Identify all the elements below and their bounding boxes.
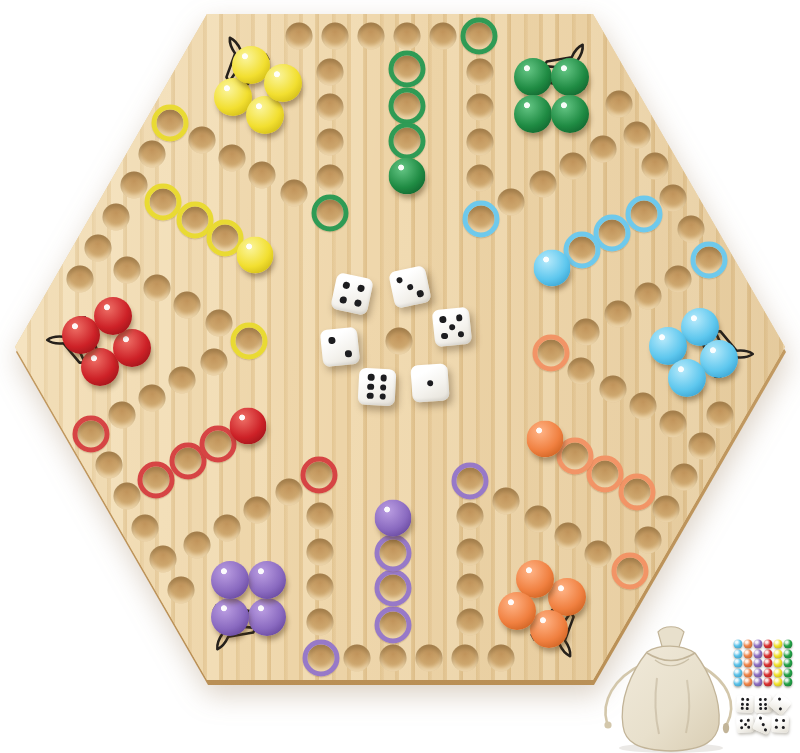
red-track-hole[interactable] xyxy=(214,514,241,541)
purple-marble[interactable] xyxy=(248,598,286,636)
spare-marble-yellow xyxy=(774,649,783,658)
purple-track-hole[interactable] xyxy=(488,645,515,672)
orange-marble[interactable] xyxy=(498,592,536,630)
purple-marble[interactable] xyxy=(211,598,249,636)
orange-track-hole[interactable] xyxy=(585,540,612,567)
pip xyxy=(367,383,374,390)
purple-track-hole[interactable] xyxy=(307,574,334,601)
green-marble[interactable] xyxy=(514,95,552,133)
purple-track-hole[interactable] xyxy=(416,645,443,672)
pip xyxy=(758,716,762,720)
orange-track-hole[interactable] xyxy=(629,393,656,420)
spare-die-5 xyxy=(736,715,754,733)
pip xyxy=(782,725,785,728)
spare-marble-orange xyxy=(744,659,753,668)
pip xyxy=(456,314,463,321)
airplane-icon xyxy=(16,340,72,396)
red-marble[interactable] xyxy=(113,329,151,367)
pip xyxy=(746,698,749,701)
blue-track-hole[interactable] xyxy=(590,135,617,162)
spare-marble-yellow xyxy=(774,668,783,677)
yellow-marble[interactable] xyxy=(246,96,284,134)
yellow-track-hole[interactable] xyxy=(144,274,171,301)
blue-home-ring[interactable] xyxy=(626,196,663,233)
purple-track-hole[interactable] xyxy=(457,539,484,566)
pip xyxy=(758,703,761,706)
purple-track-hole[interactable] xyxy=(307,609,334,636)
red-track-hole[interactable] xyxy=(168,576,195,603)
purple-track-hole[interactable] xyxy=(307,503,334,530)
spare-marble-purple xyxy=(754,649,763,658)
green-marble[interactable] xyxy=(389,158,426,195)
green-track-hole[interactable] xyxy=(317,59,344,86)
pip xyxy=(747,725,750,728)
purple-track-hole[interactable] xyxy=(452,645,479,672)
green-track-hole[interactable] xyxy=(430,23,457,50)
blue-shortcut-ring[interactable] xyxy=(463,201,500,238)
red-shortcut-ring[interactable] xyxy=(300,456,337,493)
pip xyxy=(396,276,404,284)
yellow-shortcut-ring[interactable] xyxy=(230,322,267,359)
orange-marble[interactable] xyxy=(526,420,563,457)
pip xyxy=(775,718,778,721)
spare-marble-green xyxy=(784,640,793,649)
spare-marble-green xyxy=(784,649,793,658)
spare-marble-purple xyxy=(754,640,763,649)
spare-die-6 xyxy=(736,695,754,713)
board-area xyxy=(0,0,800,700)
spare-marble-green xyxy=(784,678,793,687)
yellow-comeout-ring[interactable] xyxy=(152,105,189,142)
blue-track-hole[interactable] xyxy=(605,91,632,118)
blue-marble[interactable] xyxy=(700,340,738,378)
red-comeout-ring[interactable] xyxy=(73,416,110,453)
yellow-track-hole[interactable] xyxy=(219,144,246,171)
green-marble[interactable] xyxy=(514,58,552,96)
blue-track-hole[interactable] xyxy=(604,300,631,327)
die-3[interactable] xyxy=(388,265,432,309)
pip xyxy=(441,332,448,339)
spare-marble-blue xyxy=(734,668,743,677)
pip xyxy=(740,726,743,729)
spare-marble-orange xyxy=(744,678,753,687)
pip xyxy=(782,719,785,722)
green-comeout-ring[interactable] xyxy=(461,18,498,55)
spare-marble-orange xyxy=(744,668,753,677)
drawstring-bag xyxy=(597,626,745,753)
airplane-icon xyxy=(532,0,588,56)
pip xyxy=(448,323,455,330)
pip xyxy=(758,698,761,701)
pip xyxy=(764,698,767,701)
green-track-hole[interactable] xyxy=(322,23,349,50)
orange-track-hole[interactable] xyxy=(568,357,595,384)
aggravation-hex-board xyxy=(0,0,800,700)
orange-track-hole[interactable] xyxy=(524,505,551,532)
airplane-icon xyxy=(176,21,232,77)
yellow-track-hole[interactable] xyxy=(139,141,166,168)
pip xyxy=(342,281,350,289)
purple-track-hole[interactable] xyxy=(457,503,484,530)
blue-track-hole[interactable] xyxy=(623,122,650,149)
purple-shortcut-ring[interactable] xyxy=(452,463,489,500)
spare-marble-purple xyxy=(754,678,763,687)
green-track-hole[interactable] xyxy=(467,94,494,121)
spare-marble-red xyxy=(764,668,773,677)
purple-home-ring[interactable] xyxy=(375,535,412,572)
red-track-hole[interactable] xyxy=(114,483,141,510)
pip xyxy=(380,375,387,382)
orange-marble[interactable] xyxy=(530,610,568,648)
pip xyxy=(344,350,351,357)
orange-track-hole[interactable] xyxy=(634,526,661,553)
orange-shortcut-ring[interactable] xyxy=(533,335,570,372)
yellow-track-hole[interactable] xyxy=(121,172,148,199)
spare-marble-yellow xyxy=(774,640,783,649)
center-hole[interactable] xyxy=(386,328,413,355)
pip xyxy=(368,374,375,381)
pip xyxy=(406,283,414,291)
purple-marble[interactable] xyxy=(248,561,286,599)
pip xyxy=(740,706,743,709)
pip xyxy=(457,331,464,338)
spare-marble-blue xyxy=(734,649,743,658)
die-1[interactable] xyxy=(410,363,449,402)
spare-marble-orange xyxy=(744,640,753,649)
pip xyxy=(778,707,782,711)
pip xyxy=(761,722,765,726)
purple-home-ring[interactable] xyxy=(375,570,412,607)
purple-track-hole[interactable] xyxy=(307,539,334,566)
airplane-icon xyxy=(728,298,784,354)
spare-die-3 xyxy=(751,712,773,734)
spare-marble-red xyxy=(764,640,773,649)
yellow-home-ring[interactable] xyxy=(144,183,181,220)
blue-track-hole[interactable] xyxy=(677,215,704,242)
pip xyxy=(380,384,387,391)
blue-track-hole[interactable] xyxy=(559,153,586,180)
pip xyxy=(746,707,749,710)
yellow-track-hole[interactable] xyxy=(85,234,112,261)
green-home-ring[interactable] xyxy=(389,51,426,88)
pip xyxy=(764,707,767,710)
green-marble[interactable] xyxy=(551,58,589,96)
purple-comeout-ring[interactable] xyxy=(303,640,340,677)
pip xyxy=(775,725,778,728)
blue-comeout-ring[interactable] xyxy=(690,241,727,278)
pip xyxy=(763,727,767,731)
product-photo-stage xyxy=(0,0,800,753)
red-track-hole[interactable] xyxy=(139,384,166,411)
pip xyxy=(417,290,425,298)
yellow-track-hole[interactable] xyxy=(103,203,130,230)
purple-home-ring[interactable] xyxy=(375,607,412,644)
green-track-hole[interactable] xyxy=(317,129,344,156)
spare-marble-blue xyxy=(734,678,743,687)
red-marble[interactable] xyxy=(94,297,132,335)
spare-marble-purple xyxy=(754,668,763,677)
orange-track-hole[interactable] xyxy=(670,464,697,491)
blue-marble[interactable] xyxy=(533,249,570,286)
orange-track-hole[interactable] xyxy=(706,402,733,429)
red-track-hole[interactable] xyxy=(169,367,196,394)
orange-track-hole[interactable] xyxy=(660,410,687,437)
pip xyxy=(426,379,433,386)
pip xyxy=(328,337,335,344)
purple-track-hole[interactable] xyxy=(457,609,484,636)
pip xyxy=(739,718,742,721)
pip xyxy=(339,296,347,304)
green-track-hole[interactable] xyxy=(286,23,313,50)
orange-home-ring[interactable] xyxy=(619,474,656,511)
blue-track-hole[interactable] xyxy=(573,318,600,345)
pip xyxy=(379,393,386,400)
red-track-hole[interactable] xyxy=(132,514,159,541)
yellow-track-hole[interactable] xyxy=(205,310,232,337)
blue-marble[interactable] xyxy=(668,359,706,397)
pip xyxy=(354,299,362,307)
orange-track-hole[interactable] xyxy=(652,495,679,522)
spare-marble-purple xyxy=(754,659,763,668)
green-track-hole[interactable] xyxy=(317,165,344,192)
green-home-ring[interactable] xyxy=(389,88,426,125)
orange-track-hole[interactable] xyxy=(688,433,715,460)
green-shortcut-ring[interactable] xyxy=(312,195,349,232)
spare-marble-red xyxy=(764,649,773,658)
pip xyxy=(439,316,446,323)
yellow-track-hole[interactable] xyxy=(67,265,94,292)
die-5[interactable] xyxy=(432,307,473,348)
orange-track-hole[interactable] xyxy=(493,487,520,514)
green-track-hole[interactable] xyxy=(317,94,344,121)
spare-marble-green xyxy=(784,659,793,668)
green-home-ring[interactable] xyxy=(389,123,426,160)
yellow-track-hole[interactable] xyxy=(249,162,276,189)
green-track-hole[interactable] xyxy=(358,23,385,50)
red-home-ring[interactable] xyxy=(137,461,174,498)
spare-marble-green xyxy=(784,668,793,677)
spare-marble-yellow xyxy=(774,659,783,668)
blue-track-hole[interactable] xyxy=(659,184,686,211)
die-6[interactable] xyxy=(358,368,397,407)
yellow-track-hole[interactable] xyxy=(113,257,140,284)
pip xyxy=(777,697,781,701)
pip xyxy=(741,698,744,701)
yellow-marble[interactable] xyxy=(237,237,274,274)
green-marble[interactable] xyxy=(551,95,589,133)
spare-marble-yellow xyxy=(774,678,783,687)
purple-track-hole[interactable] xyxy=(344,645,371,672)
spare-marble-blue xyxy=(734,640,743,649)
pip xyxy=(743,722,746,725)
orange-track-hole[interactable] xyxy=(554,523,581,550)
spare-marble-blue xyxy=(734,659,743,668)
blue-track-hole[interactable] xyxy=(665,265,692,292)
purple-marble[interactable] xyxy=(211,561,249,599)
purple-marble[interactable] xyxy=(375,500,412,537)
yellow-track-hole[interactable] xyxy=(174,292,201,319)
orange-comeout-ring[interactable] xyxy=(611,552,648,589)
die-2[interactable] xyxy=(320,327,361,368)
orange-track-hole[interactable] xyxy=(599,375,626,402)
blue-track-hole[interactable] xyxy=(529,170,556,197)
pip xyxy=(747,718,750,721)
green-track-hole[interactable] xyxy=(467,165,494,192)
spare-marble-orange xyxy=(744,649,753,658)
red-track-hole[interactable] xyxy=(244,497,271,524)
red-track-hole[interactable] xyxy=(275,479,302,506)
yellow-track-hole[interactable] xyxy=(188,127,215,154)
pip xyxy=(758,707,761,710)
purple-track-hole[interactable] xyxy=(457,574,484,601)
green-track-hole[interactable] xyxy=(394,23,421,50)
purple-track-hole[interactable] xyxy=(380,645,407,672)
airplane-icon xyxy=(212,638,268,694)
red-track-hole[interactable] xyxy=(108,402,135,429)
blue-track-hole[interactable] xyxy=(641,153,668,180)
red-track-hole[interactable] xyxy=(183,532,210,559)
yellow-track-hole[interactable] xyxy=(280,180,307,207)
pip xyxy=(357,284,365,292)
pip xyxy=(764,702,767,705)
blue-track-hole[interactable] xyxy=(634,283,661,310)
pip xyxy=(746,703,749,706)
green-track-hole[interactable] xyxy=(467,129,494,156)
red-track-hole[interactable] xyxy=(200,349,227,376)
die-4[interactable] xyxy=(330,272,374,316)
spare-die-4 xyxy=(771,715,789,733)
red-track-hole[interactable] xyxy=(150,545,177,572)
yellow-marble[interactable] xyxy=(264,64,302,102)
pip xyxy=(367,392,374,399)
blue-track-hole[interactable] xyxy=(498,188,525,215)
spare-marble-red xyxy=(764,678,773,687)
spare-marble-red xyxy=(764,659,773,668)
green-track-hole[interactable] xyxy=(467,59,494,86)
pip xyxy=(741,702,744,705)
red-marble[interactable] xyxy=(230,408,267,445)
red-track-hole[interactable] xyxy=(96,452,123,479)
